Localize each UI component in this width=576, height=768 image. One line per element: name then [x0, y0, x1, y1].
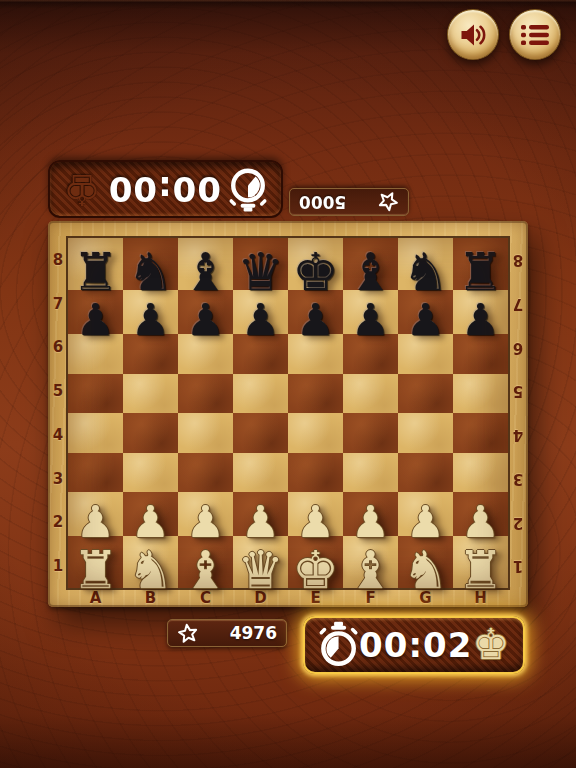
rank-label-6-right: 6	[508, 326, 528, 370]
opponent-score: 5000	[299, 192, 346, 212]
square-b3[interactable]	[123, 453, 178, 493]
rank-label-1: 1	[48, 544, 68, 588]
square-h7[interactable]: ♟	[453, 290, 508, 334]
square-e3[interactable]	[288, 453, 343, 493]
square-a3[interactable]	[68, 453, 123, 493]
square-d1[interactable]: ♛	[233, 536, 288, 588]
square-h1[interactable]: ♜	[453, 536, 508, 588]
stopwatch-icon	[228, 166, 268, 212]
square-g1[interactable]: ♞	[398, 536, 453, 588]
piece-black-rook[interactable]: ♜	[457, 246, 504, 298]
board-grid: ♜♞♝♛♚♝♞♜♟♟♟♟♟♟♟♟♟♟♟♟♟♟♟♟♜♞♝♛♚♝♞♜	[68, 238, 508, 588]
player-score: 4976	[230, 623, 277, 643]
piece-black-king[interactable]: ♚	[292, 246, 339, 298]
square-e1[interactable]: ♚	[288, 536, 343, 588]
piece-black-pawn[interactable]: ♟	[461, 298, 500, 342]
square-a5[interactable]	[68, 374, 123, 414]
opponent-score-badge: 5000	[289, 188, 409, 216]
piece-black-knight[interactable]: ♞	[127, 246, 174, 298]
piece-white-bishop[interactable]: ♝	[182, 544, 229, 596]
square-e4[interactable]	[288, 413, 343, 453]
player-time: 00:02	[359, 625, 472, 665]
square-d3[interactable]	[233, 453, 288, 493]
rank-label-7: 7	[48, 282, 68, 326]
square-d4[interactable]	[233, 413, 288, 453]
square-g5[interactable]	[398, 374, 453, 414]
square-a7[interactable]: ♟	[68, 290, 123, 334]
piece-black-pawn[interactable]: ♟	[296, 298, 335, 342]
square-d7[interactable]: ♟	[233, 290, 288, 334]
square-d8[interactable]: ♛	[233, 238, 288, 290]
rank-label-6: 6	[48, 326, 68, 370]
piece-white-pawn[interactable]: ♟	[351, 500, 390, 544]
square-e2[interactable]: ♟	[288, 492, 343, 536]
piece-white-rook[interactable]: ♜	[72, 544, 119, 596]
piece-white-bishop[interactable]: ♝	[347, 544, 394, 596]
rank-labels-right: 87654321	[508, 238, 528, 588]
rank-label-4: 4	[48, 413, 68, 457]
piece-white-knight[interactable]: ♞	[127, 544, 174, 596]
rank-label-2-right: 2	[508, 501, 528, 545]
rank-label-3: 3	[48, 457, 68, 501]
square-g7[interactable]: ♟	[398, 290, 453, 334]
piece-white-king[interactable]: ♚	[292, 544, 339, 596]
square-f2[interactable]: ♟	[343, 492, 398, 536]
piece-black-pawn[interactable]: ♟	[131, 298, 170, 342]
piece-white-pawn[interactable]: ♟	[241, 500, 280, 544]
player-score-badge: 4976	[167, 619, 287, 647]
square-b4[interactable]	[123, 413, 178, 453]
piece-white-pawn[interactable]: ♟	[406, 500, 445, 544]
square-e5[interactable]	[288, 374, 343, 414]
square-b7[interactable]: ♟	[123, 290, 178, 334]
square-g4[interactable]	[398, 413, 453, 453]
square-a2[interactable]: ♟	[68, 492, 123, 536]
square-c7[interactable]: ♟	[178, 290, 233, 334]
square-b5[interactable]	[123, 374, 178, 414]
chess-app-screen: 00:00 ♚ 5000 87654321 87654321 ABCDEFGH …	[0, 0, 576, 768]
piece-white-pawn[interactable]: ♟	[461, 500, 500, 544]
square-d2[interactable]: ♟	[233, 492, 288, 536]
square-f8[interactable]: ♝	[343, 238, 398, 290]
rank-label-2: 2	[48, 501, 68, 545]
rank-label-5: 5	[48, 369, 68, 413]
star-icon	[377, 191, 399, 213]
player-timer-panel: 00:02 ♚	[303, 616, 525, 674]
square-g8[interactable]: ♞	[398, 238, 453, 290]
square-a8[interactable]: ♜	[68, 238, 123, 290]
piece-white-pawn[interactable]: ♟	[296, 500, 335, 544]
square-c8[interactable]: ♝	[178, 238, 233, 290]
piece-black-bishop[interactable]: ♝	[347, 246, 394, 298]
square-f4[interactable]	[343, 413, 398, 453]
square-c4[interactable]	[178, 413, 233, 453]
rank-label-8: 8	[48, 238, 68, 282]
square-c2[interactable]: ♟	[178, 492, 233, 536]
square-b2[interactable]: ♟	[123, 492, 178, 536]
square-h5[interactable]	[453, 374, 508, 414]
opponent-time: 00:00	[108, 169, 221, 209]
speaker-icon	[460, 23, 487, 47]
rank-label-8-right: 8	[508, 238, 528, 282]
stopwatch-icon	[318, 621, 359, 669]
list-menu-icon	[521, 24, 549, 46]
menu-button[interactable]	[509, 9, 561, 60]
piece-black-pawn[interactable]: ♟	[241, 298, 280, 342]
piece-white-pawn[interactable]: ♟	[76, 500, 115, 544]
piece-black-knight[interactable]: ♞	[402, 246, 449, 298]
piece-black-bishop[interactable]: ♝	[182, 246, 229, 298]
square-h8[interactable]: ♜	[453, 238, 508, 290]
white-king-icon: ♚	[472, 624, 510, 666]
piece-black-queen[interactable]: ♛	[237, 246, 284, 298]
piece-black-pawn[interactable]: ♟	[186, 298, 225, 342]
square-c5[interactable]	[178, 374, 233, 414]
square-f7[interactable]: ♟	[343, 290, 398, 334]
square-g2[interactable]: ♟	[398, 492, 453, 536]
square-a1[interactable]: ♜	[68, 536, 123, 588]
piece-white-pawn[interactable]: ♟	[186, 500, 225, 544]
piece-white-knight[interactable]: ♞	[402, 544, 449, 596]
piece-white-pawn[interactable]: ♟	[131, 500, 170, 544]
square-c1[interactable]: ♝	[178, 536, 233, 588]
square-f5[interactable]	[343, 374, 398, 414]
rank-labels-left: 87654321	[48, 238, 68, 588]
square-g3[interactable]	[398, 453, 453, 493]
square-c3[interactable]	[178, 453, 233, 493]
square-h3[interactable]	[453, 453, 508, 493]
piece-black-pawn[interactable]: ♟	[76, 298, 115, 342]
square-h2[interactable]: ♟	[453, 492, 508, 536]
piece-white-rook[interactable]: ♜	[457, 544, 504, 596]
square-e7[interactable]: ♟	[288, 290, 343, 334]
rank-label-5-right: 5	[508, 369, 528, 413]
square-f3[interactable]	[343, 453, 398, 493]
square-h4[interactable]	[453, 413, 508, 453]
square-b1[interactable]: ♞	[123, 536, 178, 588]
piece-black-pawn[interactable]: ♟	[406, 298, 445, 342]
square-f1[interactable]: ♝	[343, 536, 398, 588]
piece-black-rook[interactable]: ♜	[72, 246, 119, 298]
square-e8[interactable]: ♚	[288, 238, 343, 290]
rank-label-1-right: 1	[508, 544, 528, 588]
square-b8[interactable]: ♞	[123, 238, 178, 290]
rank-label-3-right: 3	[508, 457, 528, 501]
black-king-icon: ♚	[63, 168, 101, 210]
star-icon	[177, 622, 199, 644]
sound-button[interactable]	[447, 9, 499, 60]
opponent-timer-panel: 00:00 ♚	[48, 160, 283, 218]
square-a4[interactable]	[68, 413, 123, 453]
piece-black-pawn[interactable]: ♟	[351, 298, 390, 342]
chess-board: 87654321 87654321 ABCDEFGH ♜♞♝♛♚♝♞♜♟♟♟♟♟…	[48, 221, 528, 607]
rank-label-4-right: 4	[508, 413, 528, 457]
piece-white-queen[interactable]: ♛	[237, 544, 284, 596]
square-d5[interactable]	[233, 374, 288, 414]
rank-label-7-right: 7	[508, 282, 528, 326]
